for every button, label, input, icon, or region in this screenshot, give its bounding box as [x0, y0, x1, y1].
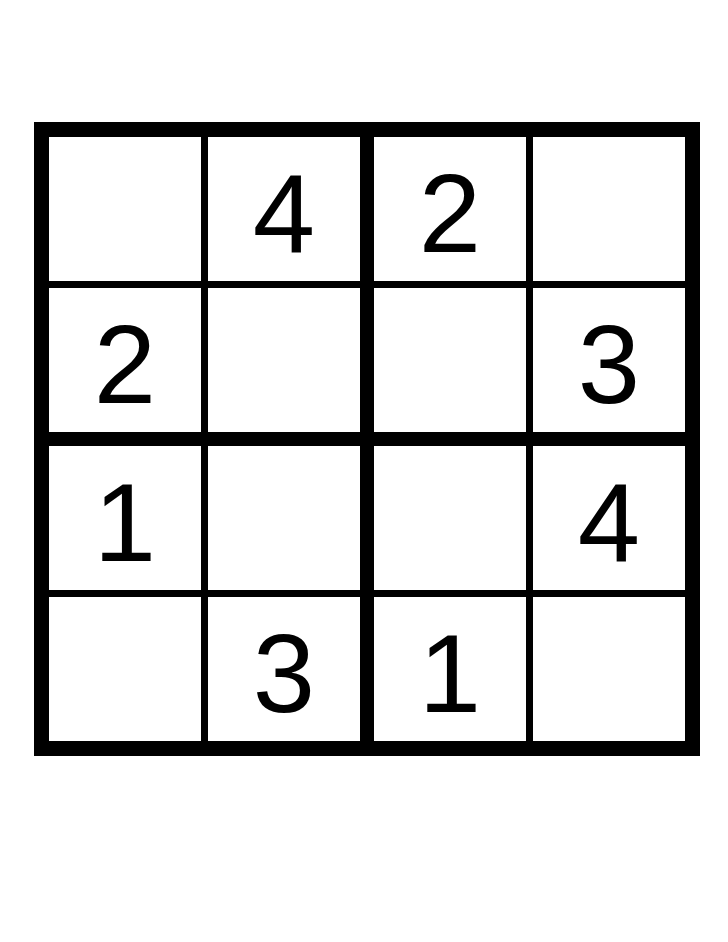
cell-r3c3[interactable]	[374, 446, 533, 597]
cell-r2c1[interactable]: 2	[49, 288, 208, 446]
cell-r4c1[interactable]	[49, 597, 208, 741]
cell-r1c4[interactable]	[533, 137, 685, 288]
cell-r4c4[interactable]	[533, 597, 685, 741]
cell-r2c4[interactable]: 3	[533, 288, 685, 446]
cell-r3c4[interactable]: 4	[533, 446, 685, 597]
cell-r2c3[interactable]	[374, 288, 533, 446]
cell-r1c1[interactable]	[49, 137, 208, 288]
cell-r1c2[interactable]: 4	[208, 137, 374, 288]
sudoku-board: 4 2 2 3 1 4 3 1	[34, 122, 700, 756]
cell-r4c2[interactable]: 3	[208, 597, 374, 741]
cell-r3c2[interactable]	[208, 446, 374, 597]
cell-r2c2[interactable]	[208, 288, 374, 446]
cell-r4c3[interactable]: 1	[374, 597, 533, 741]
cell-r3c1[interactable]: 1	[49, 446, 208, 597]
cell-r1c3[interactable]: 2	[374, 137, 533, 288]
